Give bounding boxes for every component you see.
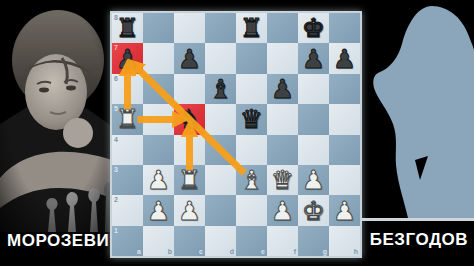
- piece-white-rook-c3[interactable]: ♜: [174, 165, 205, 195]
- square-g5[interactable]: [298, 104, 329, 134]
- square-c5[interactable]: ♞: [174, 104, 205, 134]
- square-e2[interactable]: [236, 195, 267, 225]
- square-e1[interactable]: e: [236, 226, 267, 256]
- piece-black-pawn-g7[interactable]: ♟: [298, 43, 329, 73]
- square-b4[interactable]: [143, 135, 174, 165]
- square-a6[interactable]: 6: [112, 74, 143, 104]
- piece-white-pawn-g3[interactable]: ♟: [298, 165, 329, 195]
- piece-black-king-g8[interactable]: ♚: [298, 13, 329, 43]
- piece-black-queen-e5[interactable]: ♛: [236, 104, 267, 134]
- square-f2[interactable]: ♟: [267, 195, 298, 225]
- square-b3[interactable]: ♟: [143, 165, 174, 195]
- square-d4[interactable]: [205, 135, 236, 165]
- square-b2[interactable]: ♟: [143, 195, 174, 225]
- rank-label-2: 2: [114, 196, 118, 203]
- piece-black-pawn-f6[interactable]: ♟: [267, 74, 298, 104]
- piece-white-pawn-h2[interactable]: ♟: [329, 195, 360, 225]
- file-label-a: a: [137, 248, 141, 255]
- square-b7[interactable]: [143, 43, 174, 73]
- piece-black-bishop-d6[interactable]: ♝: [205, 74, 236, 104]
- square-h6[interactable]: [329, 74, 360, 104]
- square-g4[interactable]: [298, 135, 329, 165]
- square-d3[interactable]: [205, 165, 236, 195]
- rank-label-3: 3: [114, 166, 118, 173]
- square-b5[interactable]: [143, 104, 174, 134]
- rank-label-6: 6: [114, 75, 118, 82]
- rank-label-1: 1: [114, 227, 118, 234]
- chess-board: 8♜♜♚7♟♟♟♟6♝♟5♜♞♛43♟♜♝♛♟2♟♟♟♚♟1abcdefgh: [110, 11, 362, 258]
- file-label-b: b: [168, 248, 172, 255]
- square-g1[interactable]: g: [298, 226, 329, 256]
- square-g2[interactable]: ♚: [298, 195, 329, 225]
- square-c3[interactable]: ♜: [174, 165, 205, 195]
- square-f8[interactable]: [267, 13, 298, 43]
- square-d8[interactable]: [205, 13, 236, 43]
- rank-label-4: 4: [114, 136, 118, 143]
- file-label-f: f: [294, 248, 296, 255]
- player-name-right: БЕЗГОДОВ: [370, 230, 468, 250]
- rank-label-7: 7: [114, 44, 118, 51]
- piece-white-pawn-c2[interactable]: ♟: [174, 195, 205, 225]
- square-e8[interactable]: ♜: [236, 13, 267, 43]
- file-label-h: h: [354, 248, 358, 255]
- square-f3[interactable]: ♛: [267, 165, 298, 195]
- square-b6[interactable]: [143, 74, 174, 104]
- thumbnail: МОРОЗЕВИЧ БЕЗГОДОВ 8♜♜♚7♟♟♟♟6♝♟5♜♞♛43♟♜♝…: [0, 0, 474, 266]
- chess-board-grid: 8♜♜♚7♟♟♟♟6♝♟5♜♞♛43♟♜♝♛♟2♟♟♟♚♟1abcdefgh: [112, 13, 360, 256]
- rank-label-5: 5: [114, 105, 118, 112]
- file-label-g: g: [323, 248, 327, 255]
- silhouette-baseline: [360, 218, 474, 221]
- square-e4[interactable]: [236, 135, 267, 165]
- square-f6[interactable]: ♟: [267, 74, 298, 104]
- square-a7[interactable]: 7♟: [112, 43, 143, 73]
- square-f1[interactable]: f: [267, 226, 298, 256]
- square-h7[interactable]: ♟: [329, 43, 360, 73]
- square-a2[interactable]: 2: [112, 195, 143, 225]
- square-h3[interactable]: [329, 165, 360, 195]
- square-d1[interactable]: d: [205, 226, 236, 256]
- square-c2[interactable]: ♟: [174, 195, 205, 225]
- square-e6[interactable]: [236, 74, 267, 104]
- square-a8[interactable]: 8♜: [112, 13, 143, 43]
- piece-white-bishop-e3[interactable]: ♝: [236, 165, 267, 195]
- player-photo-left: [0, 0, 112, 232]
- piece-black-pawn-c7[interactable]: ♟: [174, 43, 205, 73]
- piece-white-king-g2[interactable]: ♚: [298, 195, 329, 225]
- square-c4[interactable]: [174, 135, 205, 165]
- square-a5[interactable]: 5♜: [112, 104, 143, 134]
- square-f4[interactable]: [267, 135, 298, 165]
- piece-white-pawn-b2[interactable]: ♟: [143, 195, 174, 225]
- piece-black-knight-c5[interactable]: ♞: [174, 104, 205, 134]
- square-h8[interactable]: [329, 13, 360, 43]
- square-c8[interactable]: [174, 13, 205, 43]
- square-b1[interactable]: b: [143, 226, 174, 256]
- square-a3[interactable]: 3: [112, 165, 143, 195]
- square-h2[interactable]: ♟: [329, 195, 360, 225]
- square-e5[interactable]: ♛: [236, 104, 267, 134]
- square-h5[interactable]: [329, 104, 360, 134]
- square-d7[interactable]: [205, 43, 236, 73]
- square-g3[interactable]: ♟: [298, 165, 329, 195]
- square-g7[interactable]: ♟: [298, 43, 329, 73]
- piece-black-pawn-h7[interactable]: ♟: [329, 43, 360, 73]
- file-label-d: d: [230, 248, 234, 255]
- square-d6[interactable]: ♝: [205, 74, 236, 104]
- square-g8[interactable]: ♚: [298, 13, 329, 43]
- piece-black-rook-e8[interactable]: ♜: [236, 13, 267, 43]
- square-d2[interactable]: [205, 195, 236, 225]
- square-e7[interactable]: [236, 43, 267, 73]
- player-name-left: МОРОЗЕВИЧ: [7, 231, 122, 251]
- piece-white-pawn-f2[interactable]: ♟: [267, 195, 298, 225]
- square-c6[interactable]: [174, 74, 205, 104]
- square-b8[interactable]: [143, 13, 174, 43]
- file-label-e: e: [261, 248, 265, 255]
- rank-label-8: 8: [114, 14, 118, 21]
- piece-white-pawn-b3[interactable]: ♟: [143, 165, 174, 195]
- square-c7[interactable]: ♟: [174, 43, 205, 73]
- square-c1[interactable]: c: [174, 226, 205, 256]
- square-f7[interactable]: [267, 43, 298, 73]
- square-a4[interactable]: 4: [112, 135, 143, 165]
- square-h4[interactable]: [329, 135, 360, 165]
- square-h1[interactable]: h: [329, 226, 360, 256]
- square-f5[interactable]: [267, 104, 298, 134]
- square-e3[interactable]: ♝: [236, 165, 267, 195]
- square-d5[interactable]: [205, 104, 236, 134]
- square-g6[interactable]: [298, 74, 329, 104]
- square-a1[interactable]: 1a: [112, 226, 143, 256]
- file-label-c: c: [199, 248, 203, 255]
- player-silhouette-right: [360, 0, 474, 226]
- piece-white-queen-f3[interactable]: ♛: [267, 165, 298, 195]
